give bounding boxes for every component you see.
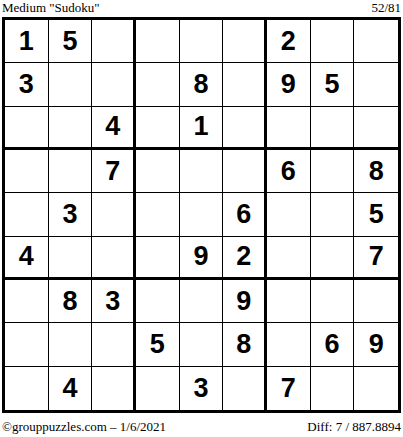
- cell-r1c8[interactable]: [311, 20, 355, 63]
- cell-r6c7[interactable]: [267, 237, 311, 280]
- cell-r8c7[interactable]: [267, 323, 311, 366]
- cell-r7c7[interactable]: [267, 280, 311, 323]
- cell-r3c2[interactable]: [49, 107, 93, 150]
- cell-r5c5[interactable]: [180, 193, 224, 236]
- cell-r2c9[interactable]: [354, 63, 398, 106]
- cell-r4c1[interactable]: [5, 150, 49, 193]
- sudoku-grid: 15238954176836549278395869437: [2, 17, 401, 413]
- footer: ©grouppuzzles.com – 1/6/2021 Diff: 7 / 8…: [2, 419, 401, 434]
- difficulty-text: Diff: 7 / 887.8894: [307, 419, 401, 434]
- cell-r2c2[interactable]: [49, 63, 93, 106]
- cell-r2c3[interactable]: [92, 63, 136, 106]
- cell-r1c4[interactable]: [136, 20, 180, 63]
- cell-r8c5[interactable]: [180, 323, 224, 366]
- cell-r9c7[interactable]: 7: [267, 367, 311, 410]
- cell-r3c7[interactable]: [267, 107, 311, 150]
- cell-r4c2[interactable]: [49, 150, 93, 193]
- cell-r3c6[interactable]: [223, 107, 267, 150]
- cell-r2c4[interactable]: [136, 63, 180, 106]
- cell-r5c3[interactable]: [92, 193, 136, 236]
- cell-r3c8[interactable]: [311, 107, 355, 150]
- cell-r3c1[interactable]: [5, 107, 49, 150]
- cell-r4c5[interactable]: [180, 150, 224, 193]
- cell-r1c5[interactable]: [180, 20, 224, 63]
- cell-r4c3[interactable]: 7: [92, 150, 136, 193]
- cell-r3c3[interactable]: 4: [92, 107, 136, 150]
- cell-r7c1[interactable]: [5, 280, 49, 323]
- copyright-text: ©grouppuzzles.com – 1/6/2021: [2, 419, 166, 434]
- cell-r3c9[interactable]: [354, 107, 398, 150]
- cell-r7c6[interactable]: 9: [223, 280, 267, 323]
- cell-r8c3[interactable]: [92, 323, 136, 366]
- cell-r4c9[interactable]: 8: [354, 150, 398, 193]
- cell-r1c1[interactable]: 1: [5, 20, 49, 63]
- cell-r9c3[interactable]: [92, 367, 136, 410]
- cell-r9c8[interactable]: [311, 367, 355, 410]
- cell-r1c3[interactable]: [92, 20, 136, 63]
- cell-r5c6[interactable]: 6: [223, 193, 267, 236]
- cell-r6c9[interactable]: 7: [354, 237, 398, 280]
- cell-r1c2[interactable]: 5: [49, 20, 93, 63]
- cell-r5c8[interactable]: [311, 193, 355, 236]
- cell-r9c6[interactable]: [223, 367, 267, 410]
- cell-r5c2[interactable]: 3: [49, 193, 93, 236]
- cell-r6c1[interactable]: 4: [5, 237, 49, 280]
- cell-r3c4[interactable]: [136, 107, 180, 150]
- empty-cell-counter: 52/81: [371, 0, 401, 15]
- cell-r5c9[interactable]: 5: [354, 193, 398, 236]
- page-title: Medium "Sudoku": [2, 0, 100, 15]
- cell-r6c2[interactable]: [49, 237, 93, 280]
- cell-r8c4[interactable]: 5: [136, 323, 180, 366]
- cell-r1c9[interactable]: [354, 20, 398, 63]
- cell-r9c9[interactable]: [354, 367, 398, 410]
- cell-r7c5[interactable]: [180, 280, 224, 323]
- header: Medium "Sudoku" 52/81: [2, 0, 401, 15]
- cell-r8c8[interactable]: 6: [311, 323, 355, 366]
- cell-r6c6[interactable]: 2: [223, 237, 267, 280]
- cell-r6c4[interactable]: [136, 237, 180, 280]
- cell-r6c3[interactable]: [92, 237, 136, 280]
- cell-r6c5[interactable]: 9: [180, 237, 224, 280]
- cell-r2c8[interactable]: 5: [311, 63, 355, 106]
- cell-r5c7[interactable]: [267, 193, 311, 236]
- cell-r7c3[interactable]: 3: [92, 280, 136, 323]
- cell-r7c4[interactable]: [136, 280, 180, 323]
- cell-r8c2[interactable]: [49, 323, 93, 366]
- cell-r9c5[interactable]: 3: [180, 367, 224, 410]
- cell-r4c4[interactable]: [136, 150, 180, 193]
- cell-r7c2[interactable]: 8: [49, 280, 93, 323]
- cell-r2c6[interactable]: [223, 63, 267, 106]
- cell-r8c9[interactable]: 9: [354, 323, 398, 366]
- cell-r3c5[interactable]: 1: [180, 107, 224, 150]
- cell-r2c7[interactable]: 9: [267, 63, 311, 106]
- cell-r9c1[interactable]: [5, 367, 49, 410]
- cell-r7c9[interactable]: [354, 280, 398, 323]
- cell-r5c1[interactable]: [5, 193, 49, 236]
- cell-r9c2[interactable]: 4: [49, 367, 93, 410]
- cell-r5c4[interactable]: [136, 193, 180, 236]
- cell-r4c6[interactable]: [223, 150, 267, 193]
- cell-r8c1[interactable]: [5, 323, 49, 366]
- cell-r4c8[interactable]: [311, 150, 355, 193]
- cell-r9c4[interactable]: [136, 367, 180, 410]
- cell-r1c6[interactable]: [223, 20, 267, 63]
- cell-r2c1[interactable]: 3: [5, 63, 49, 106]
- cell-r4c7[interactable]: 6: [267, 150, 311, 193]
- cell-r1c7[interactable]: 2: [267, 20, 311, 63]
- cell-r2c5[interactable]: 8: [180, 63, 224, 106]
- cell-r8c6[interactable]: 8: [223, 323, 267, 366]
- cell-r7c8[interactable]: [311, 280, 355, 323]
- cell-r6c8[interactable]: [311, 237, 355, 280]
